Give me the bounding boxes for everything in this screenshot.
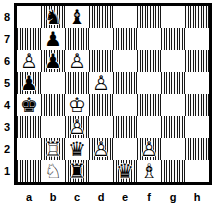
rank-label-8: 8 <box>0 6 14 28</box>
rank-label-2: 2 <box>0 138 14 160</box>
square-a8[interactable] <box>17 6 41 28</box>
file-label-d: d <box>89 188 113 206</box>
square-b6[interactable]: ♟ <box>41 50 65 72</box>
square-a2[interactable] <box>17 138 41 160</box>
square-c7[interactable] <box>65 28 89 50</box>
square-e6[interactable] <box>113 50 137 72</box>
square-c2[interactable]: ♛ <box>65 138 89 160</box>
square-g7[interactable] <box>161 28 185 50</box>
square-g2[interactable] <box>161 138 185 160</box>
square-d6[interactable] <box>89 50 113 72</box>
black-bishop-piece: ♝ <box>65 6 89 28</box>
rank-label-5: 5 <box>0 72 14 94</box>
file-label-a: a <box>17 188 41 206</box>
rank-label-3: 3 <box>0 116 14 138</box>
rank-label-6: 6 <box>0 50 14 72</box>
square-g4[interactable] <box>161 94 185 116</box>
rank-label-1: 1 <box>0 160 14 182</box>
white-king-piece: ♚♔ <box>65 94 89 116</box>
square-d4[interactable] <box>89 94 113 116</box>
square-g6[interactable] <box>161 50 185 72</box>
square-h7[interactable] <box>185 28 209 50</box>
square-e8[interactable] <box>113 6 137 28</box>
white-pawn-piece: ♟♙ <box>89 138 113 160</box>
square-a4[interactable]: ♚ <box>17 94 41 116</box>
square-d1[interactable] <box>89 160 113 182</box>
square-d3[interactable] <box>89 116 113 138</box>
square-d5[interactable]: ♟♙ <box>89 72 113 94</box>
square-c3[interactable]: ♟♙ <box>65 116 89 138</box>
square-h2[interactable] <box>185 138 209 160</box>
square-g5[interactable] <box>161 72 185 94</box>
square-d8[interactable] <box>89 6 113 28</box>
square-f2[interactable]: ♟♙ <box>137 138 161 160</box>
square-h8[interactable] <box>185 6 209 28</box>
square-b3[interactable] <box>41 116 65 138</box>
square-b2[interactable]: ♜♖ <box>41 138 65 160</box>
file-label-h: h <box>185 188 209 206</box>
square-e1[interactable]: ♛ <box>113 160 137 182</box>
square-c1[interactable]: ♜ <box>65 160 89 182</box>
white-pawn-piece: ♟♙ <box>65 116 89 138</box>
rank-labels: 87654321 <box>0 6 14 182</box>
chess-diagram: 87654321 ♞♝♟♟♙♟♟♙♟♟♙♚♚♔♟♙♜♖♛♟♙♟♙♞♘♜♛♝♗ a… <box>0 0 222 210</box>
square-f7[interactable] <box>137 28 161 50</box>
square-a6[interactable]: ♟♙ <box>17 50 41 72</box>
black-queen-piece: ♛ <box>65 138 89 160</box>
square-f4[interactable] <box>137 94 161 116</box>
square-b8[interactable]: ♞ <box>41 6 65 28</box>
square-c5[interactable] <box>65 72 89 94</box>
square-g3[interactable] <box>161 116 185 138</box>
white-knight-piece: ♞♘ <box>41 160 65 182</box>
white-pawn-piece: ♟♙ <box>65 50 89 72</box>
square-f5[interactable] <box>137 72 161 94</box>
white-pawn-piece: ♟♙ <box>89 72 113 94</box>
black-king-piece: ♚ <box>17 94 41 116</box>
square-b7[interactable]: ♟ <box>41 28 65 50</box>
white-rook-piece: ♜♖ <box>41 138 65 160</box>
rank-label-7: 7 <box>0 28 14 50</box>
square-f8[interactable] <box>137 6 161 28</box>
square-b1[interactable]: ♞♘ <box>41 160 65 182</box>
square-g8[interactable] <box>161 6 185 28</box>
white-bishop-piece: ♝♗ <box>137 160 161 182</box>
square-a3[interactable] <box>17 116 41 138</box>
square-h4[interactable] <box>185 94 209 116</box>
file-label-e: e <box>113 188 137 206</box>
black-queen-piece: ♛ <box>113 160 137 182</box>
square-h6[interactable] <box>185 50 209 72</box>
square-g1[interactable] <box>161 160 185 182</box>
square-d2[interactable]: ♟♙ <box>89 138 113 160</box>
square-a7[interactable] <box>17 28 41 50</box>
square-h1[interactable] <box>185 160 209 182</box>
square-h5[interactable] <box>185 72 209 94</box>
square-b5[interactable] <box>41 72 65 94</box>
square-d7[interactable] <box>89 28 113 50</box>
file-label-f: f <box>137 188 161 206</box>
black-pawn-piece: ♟ <box>17 72 41 94</box>
file-label-c: c <box>65 188 89 206</box>
black-pawn-piece: ♟ <box>41 50 65 72</box>
square-c4[interactable]: ♚♔ <box>65 94 89 116</box>
black-knight-piece: ♞ <box>41 6 65 28</box>
black-rook-piece: ♜ <box>65 160 89 182</box>
square-f1[interactable]: ♝♗ <box>137 160 161 182</box>
square-f6[interactable] <box>137 50 161 72</box>
rank-label-4: 4 <box>0 94 14 116</box>
white-pawn-piece: ♟♙ <box>17 50 41 72</box>
square-e2[interactable] <box>113 138 137 160</box>
white-pawn-piece: ♟♙ <box>137 138 161 160</box>
chess-board: ♞♝♟♟♙♟♟♙♟♟♙♚♚♔♟♙♜♖♛♟♙♟♙♞♘♜♛♝♗ <box>14 3 212 185</box>
square-e3[interactable] <box>113 116 137 138</box>
square-b4[interactable] <box>41 94 65 116</box>
square-f3[interactable] <box>137 116 161 138</box>
file-label-b: b <box>41 188 65 206</box>
square-e7[interactable] <box>113 28 137 50</box>
square-e4[interactable] <box>113 94 137 116</box>
square-h3[interactable] <box>185 116 209 138</box>
square-a5[interactable]: ♟ <box>17 72 41 94</box>
square-c6[interactable]: ♟♙ <box>65 50 89 72</box>
square-e5[interactable] <box>113 72 137 94</box>
square-a1[interactable] <box>17 160 41 182</box>
file-label-g: g <box>161 188 185 206</box>
black-pawn-piece: ♟ <box>41 28 65 50</box>
square-c8[interactable]: ♝ <box>65 6 89 28</box>
file-labels: abcdefgh <box>17 188 209 206</box>
